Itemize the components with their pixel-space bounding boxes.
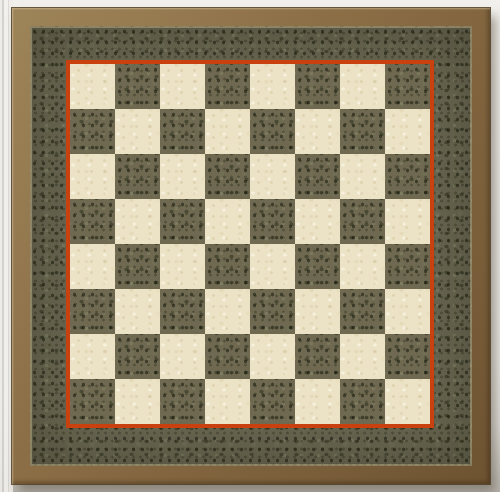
square-g2[interactable] [340, 334, 385, 379]
square-a8[interactable] [70, 64, 115, 109]
square-e3[interactable] [250, 289, 295, 334]
marble-border-mat [30, 26, 472, 466]
square-h4[interactable] [385, 244, 430, 289]
square-g1[interactable] [340, 379, 385, 424]
square-g5[interactable] [340, 199, 385, 244]
square-h2[interactable] [385, 334, 430, 379]
square-a1[interactable] [70, 379, 115, 424]
square-b4[interactable] [115, 244, 160, 289]
square-c4[interactable] [160, 244, 205, 289]
square-e5[interactable] [250, 199, 295, 244]
square-e7[interactable] [250, 109, 295, 154]
square-d1[interactable] [205, 379, 250, 424]
square-d8[interactable] [205, 64, 250, 109]
square-g7[interactable] [340, 109, 385, 154]
square-f6[interactable] [295, 154, 340, 199]
square-f8[interactable] [295, 64, 340, 109]
square-c2[interactable] [160, 334, 205, 379]
square-g4[interactable] [340, 244, 385, 289]
square-b7[interactable] [115, 109, 160, 154]
square-h6[interactable] [385, 154, 430, 199]
square-b3[interactable] [115, 289, 160, 334]
square-a2[interactable] [70, 334, 115, 379]
square-f2[interactable] [295, 334, 340, 379]
square-g8[interactable] [340, 64, 385, 109]
square-e4[interactable] [250, 244, 295, 289]
square-h5[interactable] [385, 199, 430, 244]
square-b6[interactable] [115, 154, 160, 199]
square-e8[interactable] [250, 64, 295, 109]
square-g3[interactable] [340, 289, 385, 334]
square-h3[interactable] [385, 289, 430, 334]
square-b2[interactable] [115, 334, 160, 379]
square-a6[interactable] [70, 154, 115, 199]
square-a3[interactable] [70, 289, 115, 334]
square-c1[interactable] [160, 379, 205, 424]
square-f4[interactable] [295, 244, 340, 289]
square-d3[interactable] [205, 289, 250, 334]
square-h1[interactable] [385, 379, 430, 424]
square-d4[interactable] [205, 244, 250, 289]
square-c8[interactable] [160, 64, 205, 109]
square-b1[interactable] [115, 379, 160, 424]
square-f7[interactable] [295, 109, 340, 154]
square-e1[interactable] [250, 379, 295, 424]
square-b5[interactable] [115, 199, 160, 244]
square-e2[interactable] [250, 334, 295, 379]
square-d2[interactable] [205, 334, 250, 379]
square-c5[interactable] [160, 199, 205, 244]
square-a7[interactable] [70, 109, 115, 154]
square-f1[interactable] [295, 379, 340, 424]
red-trim-line [66, 60, 434, 428]
square-c6[interactable] [160, 154, 205, 199]
square-h7[interactable] [385, 109, 430, 154]
square-c7[interactable] [160, 109, 205, 154]
square-g6[interactable] [340, 154, 385, 199]
square-d7[interactable] [205, 109, 250, 154]
square-b8[interactable] [115, 64, 160, 109]
product-photo-background [0, 0, 500, 492]
square-h8[interactable] [385, 64, 430, 109]
square-f5[interactable] [295, 199, 340, 244]
square-c3[interactable] [160, 289, 205, 334]
square-a5[interactable] [70, 199, 115, 244]
square-f3[interactable] [295, 289, 340, 334]
square-e6[interactable] [250, 154, 295, 199]
square-a4[interactable] [70, 244, 115, 289]
wooden-frame [12, 8, 490, 484]
chessboard-grid [70, 64, 430, 424]
square-d6[interactable] [205, 154, 250, 199]
square-d5[interactable] [205, 199, 250, 244]
